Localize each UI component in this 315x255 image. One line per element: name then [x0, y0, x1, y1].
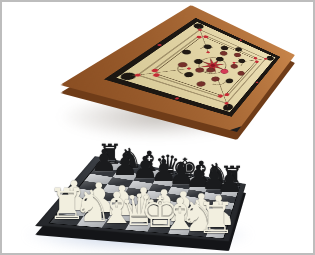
chess-grid — [50, 160, 240, 238]
photo-canvas: ♜♞♝♛♚♝♞♜♟♟♟♟♟♟♟♟♟♟♟♟♟♟♟♟♜♞♝♛♚♝♞♜ — [0, 0, 315, 255]
chess-square — [206, 229, 226, 238]
